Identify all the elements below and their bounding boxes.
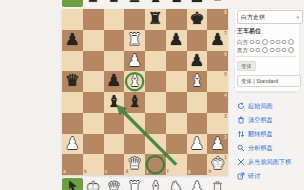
- square-g4[interactable]: [187, 92, 208, 113]
- black-pawn[interactable]: ♟: [166, 30, 187, 51]
- castling-black-queenside-label: O-O-O: [270, 47, 286, 53]
- spare-white-king[interactable]: ♚: [83, 178, 104, 190]
- castling-white-queenside-label: O-O-O: [270, 39, 286, 45]
- square-c8[interactable]: [104, 9, 125, 30]
- spare-black-king[interactable]: ♚: [83, 0, 104, 7]
- square-a4[interactable]: [62, 92, 83, 113]
- coord-rank-8: 8: [224, 10, 227, 15]
- square-e6[interactable]: [145, 51, 166, 72]
- chevron-down-icon: ▾: [296, 11, 299, 23]
- square-g6[interactable]: ♟: [187, 51, 208, 72]
- square-e8[interactable]: ♜: [145, 9, 166, 30]
- square-a5[interactable]: ♛: [62, 71, 83, 92]
- coord-file-c: c: [105, 169, 108, 174]
- white-pawn[interactable]: ♟: [124, 51, 145, 72]
- square-h7[interactable]: ♟7: [207, 30, 228, 51]
- square-c6[interactable]: [104, 51, 125, 72]
- square-d5[interactable]: ♝: [124, 71, 145, 92]
- square-b3[interactable]: [83, 113, 104, 134]
- study-button[interactable]: 研讨: [237, 169, 298, 183]
- square-b7[interactable]: [83, 30, 104, 51]
- square-h6[interactable]: 6: [207, 51, 228, 72]
- turn-select[interactable]: 白方走棋 ▾: [237, 10, 303, 24]
- pointer-tool[interactable]: [62, 0, 83, 7]
- trash-icon[interactable]: [207, 0, 228, 7]
- square-b8[interactable]: [83, 9, 104, 30]
- square-d2[interactable]: [124, 134, 145, 155]
- square-b4[interactable]: [83, 92, 104, 113]
- square-e5[interactable]: [145, 71, 166, 92]
- square-e7[interactable]: [145, 30, 166, 51]
- chess-board[interactable]: ♜♚8♟♜♟♟7♟♟6♛♟♝♝5♝♝43♟♟♟2abc♛defg♚h1: [62, 9, 228, 175]
- square-a2[interactable]: ♟: [62, 134, 83, 155]
- starting-position-button[interactable]: 起始局面: [237, 99, 298, 113]
- square-e3[interactable]: [145, 113, 166, 134]
- editor-sidebar: 白方走棋 ▾ 王车易位 白方 O-O O-O-O 黑方 O-O O-O-O 变体…: [236, 0, 298, 190]
- spare-white-queen[interactable]: ♛: [104, 178, 125, 190]
- square-d6[interactable]: ♟: [124, 51, 145, 72]
- castling-black-row: 黑方 O-O O-O-O: [237, 46, 297, 54]
- square-e4[interactable]: [145, 92, 166, 113]
- white-bishop[interactable]: ♝: [124, 71, 145, 92]
- left-gutter: [0, 0, 63, 190]
- square-a1[interactable]: a: [62, 154, 83, 175]
- variant-label: 变体: [237, 61, 256, 71]
- coord-file-h: h: [208, 169, 211, 174]
- square-f6[interactable]: [166, 51, 187, 72]
- coord-rank-5: 5: [224, 72, 227, 77]
- pointer-tool[interactable]: [62, 178, 83, 190]
- white-pawn[interactable]: ♟: [62, 134, 83, 155]
- divider: [236, 92, 296, 93]
- square-b5[interactable]: [83, 71, 104, 92]
- flip-icon: [237, 130, 245, 138]
- spare-white-pawn[interactable]: ♟: [187, 178, 208, 190]
- coord-file-g: g: [188, 169, 191, 174]
- square-a6[interactable]: [62, 51, 83, 72]
- castling-black-label: 黑方: [237, 47, 248, 54]
- spare-white-knight[interactable]: ♞: [166, 178, 187, 190]
- square-g7[interactable]: [187, 30, 208, 51]
- coord-rank-7: 7: [224, 31, 227, 36]
- spare-white-bishop[interactable]: ♝: [145, 178, 166, 190]
- coord-file-a: a: [63, 169, 66, 174]
- coord-rank-2: 2: [224, 135, 227, 140]
- restart-icon: [237, 102, 245, 110]
- black-pawn[interactable]: ♟: [187, 51, 208, 72]
- coord-rank-6: 6: [224, 52, 227, 57]
- black-bishop[interactable]: ♝: [104, 92, 125, 113]
- coord-file-b: b: [84, 169, 87, 174]
- square-c1[interactable]: c: [104, 154, 125, 175]
- square-b6[interactable]: [83, 51, 104, 72]
- square-h2[interactable]: ♟2: [207, 134, 228, 155]
- castling-title: 王车易位: [237, 27, 297, 36]
- coord-rank-4: 4: [224, 93, 227, 98]
- square-a3[interactable]: [62, 113, 83, 134]
- castling-black-kingside-label: O-O: [250, 47, 260, 53]
- castling-white-queenside-checkbox[interactable]: [288, 39, 294, 45]
- coord-file-e: e: [146, 169, 149, 174]
- coord-file-f: f: [167, 169, 169, 174]
- divider: [236, 56, 296, 57]
- black-pawn[interactable]: ♟: [104, 71, 125, 92]
- study-icon: [237, 172, 245, 180]
- square-c4[interactable]: ♝: [104, 92, 125, 113]
- white-rook[interactable]: ♜: [124, 30, 145, 51]
- square-f4[interactable]: [166, 92, 187, 113]
- square-h8[interactable]: 8: [207, 9, 228, 30]
- square-c5[interactable]: ♟: [104, 71, 125, 92]
- square-e1[interactable]: e: [145, 154, 166, 175]
- coord-rank-3: 3: [224, 114, 227, 119]
- square-a7[interactable]: ♟: [62, 30, 83, 51]
- clear-board-button[interactable]: 清空棋盘: [237, 113, 298, 127]
- black-queen[interactable]: ♛: [62, 71, 83, 92]
- analysis-icon: [237, 144, 245, 152]
- square-d7[interactable]: ♜: [124, 30, 145, 51]
- square-g8[interactable]: ♚: [187, 9, 208, 30]
- black-king[interactable]: ♚: [187, 9, 208, 30]
- square-g1[interactable]: g: [187, 154, 208, 175]
- castling-white-row: 白方 O-O O-O-O: [237, 38, 297, 46]
- spare-white-rook[interactable]: ♜: [124, 178, 145, 190]
- square-h5[interactable]: 5: [207, 71, 228, 92]
- spare-pieces-white-row: ♚♛♜♝♞♟: [62, 178, 228, 190]
- flip-board-button[interactable]: 翻转棋盘: [237, 127, 298, 141]
- white-bishop[interactable]: ♝: [187, 71, 208, 92]
- square-f8[interactable]: [166, 9, 187, 30]
- square-a8[interactable]: [62, 9, 83, 30]
- variant-select[interactable]: 变体 | Standard: [237, 75, 301, 87]
- spare-black-bishop[interactable]: ♝: [145, 0, 166, 7]
- spare-pieces-black-row: ♚♛♜♝♞♟: [62, 0, 228, 7]
- spare-black-knight[interactable]: ♞: [166, 0, 187, 7]
- castling-black-queenside-checkbox[interactable]: [288, 47, 294, 53]
- square-d4[interactable]: ♝: [124, 92, 145, 113]
- castling-section: 王车易位 白方 O-O O-O-O 黑方 O-O O-O-O: [237, 27, 297, 54]
- castling-white-kingside-label: O-O: [250, 39, 260, 45]
- square-e2[interactable]: [145, 134, 166, 155]
- square-g2[interactable]: ♟: [187, 134, 208, 155]
- spare-black-rook[interactable]: ♜: [124, 0, 145, 7]
- square-d1[interactable]: ♛d: [124, 154, 145, 175]
- square-d3[interactable]: [124, 113, 145, 134]
- black-bishop[interactable]: ♝: [124, 92, 145, 113]
- square-g5[interactable]: ♝: [187, 71, 208, 92]
- square-b1[interactable]: b: [83, 154, 104, 175]
- square-d8[interactable]: [124, 9, 145, 30]
- square-f2[interactable]: [166, 134, 187, 155]
- square-h4[interactable]: 4: [207, 92, 228, 113]
- square-g3[interactable]: [187, 113, 208, 134]
- coord-rank-1: 1: [224, 155, 227, 160]
- square-h3[interactable]: 3: [207, 113, 228, 134]
- square-f3[interactable]: [166, 113, 187, 134]
- black-rook[interactable]: ♜: [145, 9, 166, 30]
- trash-icon: [237, 116, 245, 124]
- castling-white-label: 白方: [237, 39, 248, 46]
- square-b2[interactable]: [83, 134, 104, 155]
- square-f5[interactable]: [166, 71, 187, 92]
- play-icon: [237, 158, 245, 166]
- square-h1[interactable]: ♚h1: [207, 154, 228, 175]
- square-c3[interactable]: [104, 113, 125, 134]
- castling-black-kingside-checkbox[interactable]: [262, 47, 268, 53]
- square-f7[interactable]: ♟: [166, 30, 187, 51]
- square-c2[interactable]: [104, 134, 125, 155]
- continue-from-here-button[interactable]: 从当前局面下棋: [237, 155, 298, 169]
- castling-white-kingside-checkbox[interactable]: [262, 39, 268, 45]
- white-pawn[interactable]: ♟: [187, 134, 208, 155]
- analysis-board-button[interactable]: 分析棋盘: [237, 141, 298, 155]
- coord-file-d: d: [125, 169, 128, 174]
- spare-black-queen[interactable]: ♛: [104, 0, 125, 7]
- square-f1[interactable]: f: [166, 154, 187, 175]
- black-pawn[interactable]: ♟: [62, 30, 83, 51]
- square-c7[interactable]: [104, 30, 125, 51]
- turn-select-value: 白方走棋: [241, 11, 265, 23]
- spare-black-pawn[interactable]: ♟: [187, 0, 208, 7]
- trash-icon[interactable]: [207, 178, 228, 190]
- editor-action-links: 起始局面 清空棋盘 翻转棋盘 分析棋盘 从当前局面下棋 研讨: [237, 99, 298, 183]
